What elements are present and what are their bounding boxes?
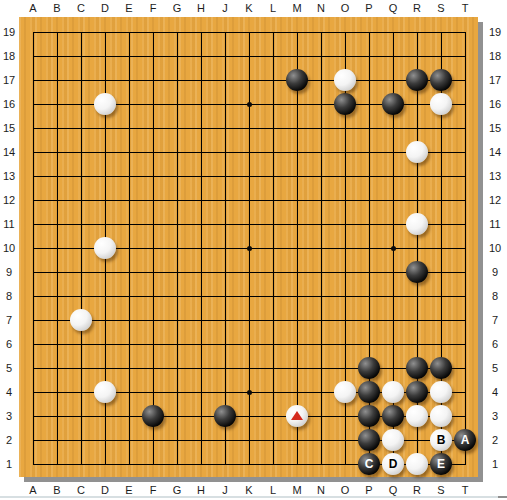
- coordinate-label: 18: [3, 50, 15, 62]
- coordinate-label: A: [29, 484, 36, 496]
- grid-line-vertical: [297, 32, 298, 465]
- coordinate-label: E: [125, 484, 132, 496]
- white-stone[interactable]: [430, 381, 452, 403]
- star-point: [247, 246, 252, 251]
- star-point: [247, 102, 252, 107]
- window-corner-mark: [498, 496, 507, 498]
- black-stone[interactable]: [406, 381, 428, 403]
- coordinate-label: R: [413, 2, 421, 14]
- coordinate-label: N: [317, 2, 325, 14]
- coordinate-label: 16: [3, 98, 15, 110]
- coordinate-label: H: [197, 2, 205, 14]
- coordinate-label: 19: [3, 26, 15, 38]
- coordinate-label: 13: [3, 170, 15, 182]
- coordinate-label: O: [341, 484, 350, 496]
- coordinate-label: Q: [389, 2, 398, 14]
- coordinate-label: P: [365, 2, 372, 14]
- coordinate-label: E: [125, 2, 132, 14]
- coordinate-label: 19: [489, 26, 501, 38]
- white-stone[interactable]: [94, 93, 116, 115]
- coordinate-label: B: [53, 2, 60, 14]
- coordinate-label: 4: [6, 386, 12, 398]
- black-stone[interactable]: [406, 357, 428, 379]
- star-point: [247, 390, 252, 395]
- white-stone[interactable]: D: [382, 453, 404, 475]
- coordinate-label: L: [270, 484, 276, 496]
- coordinate-label: S: [437, 2, 444, 14]
- white-stone[interactable]: B: [430, 429, 452, 451]
- grid-line-horizontal: [33, 296, 466, 297]
- black-stone[interactable]: [382, 93, 404, 115]
- coordinate-label: 14: [3, 146, 15, 158]
- coordinate-label: 15: [3, 122, 15, 134]
- coordinate-label: G: [173, 484, 182, 496]
- black-stone[interactable]: E: [430, 453, 452, 475]
- black-stone[interactable]: A: [454, 429, 476, 451]
- white-stone[interactable]: [70, 309, 92, 331]
- stone-letter-label: D: [389, 458, 398, 470]
- window-edge-line: [0, 496, 507, 498]
- black-stone[interactable]: [358, 381, 380, 403]
- coordinate-label: 15: [489, 122, 501, 134]
- coordinate-label: 13: [489, 170, 501, 182]
- coordinate-label: J: [222, 484, 228, 496]
- coordinate-label: 1: [492, 458, 498, 470]
- coordinate-label: 3: [6, 410, 12, 422]
- coordinate-label: T: [462, 484, 469, 496]
- stone-letter-label: C: [365, 458, 374, 470]
- coordinate-label: 14: [489, 146, 501, 158]
- grid-line-vertical: [273, 32, 274, 465]
- coordinate-label: 12: [3, 194, 15, 206]
- coordinate-label: H: [197, 484, 205, 496]
- coordinate-label: Q: [389, 484, 398, 496]
- stone-letter-label: A: [461, 434, 470, 446]
- grid-line-horizontal: [33, 344, 466, 345]
- coordinate-label: A: [29, 2, 36, 14]
- white-stone[interactable]: [94, 237, 116, 259]
- coordinate-label: 8: [6, 290, 12, 302]
- coordinate-label: 7: [492, 314, 498, 326]
- white-stone[interactable]: [382, 381, 404, 403]
- coordinate-label: T: [462, 2, 469, 14]
- white-stone[interactable]: [334, 381, 356, 403]
- white-stone[interactable]: [430, 405, 452, 427]
- coordinate-label: M: [292, 484, 301, 496]
- coordinate-label: S: [437, 484, 444, 496]
- go-board[interactable]: ACEBD: [19, 17, 478, 477]
- black-stone[interactable]: [406, 69, 428, 91]
- coordinate-label: F: [150, 2, 157, 14]
- coordinate-label: 17: [3, 74, 15, 86]
- triangle-marker: [291, 411, 303, 420]
- coordinate-label: 2: [6, 434, 12, 446]
- coordinate-label: N: [317, 484, 325, 496]
- black-stone[interactable]: [430, 69, 452, 91]
- coordinate-label: 6: [6, 338, 12, 350]
- coordinate-label: D: [101, 484, 109, 496]
- coordinate-label: 7: [6, 314, 12, 326]
- grid-line-vertical: [465, 32, 466, 465]
- coordinate-label: 8: [492, 290, 498, 302]
- star-point: [391, 246, 396, 251]
- coordinate-label: 11: [3, 218, 14, 230]
- coordinate-label: 17: [489, 74, 501, 86]
- white-stone[interactable]: [94, 381, 116, 403]
- coordinate-label: K: [245, 2, 252, 14]
- coordinate-label: F: [150, 484, 157, 496]
- coordinate-label: 5: [6, 362, 12, 374]
- coordinate-label: 3: [492, 410, 498, 422]
- black-stone[interactable]: [382, 405, 404, 427]
- black-stone[interactable]: [406, 261, 428, 283]
- black-stone[interactable]: [286, 69, 308, 91]
- coordinate-label: 11: [489, 218, 500, 230]
- coordinate-label: B: [53, 484, 60, 496]
- coordinate-label: G: [173, 2, 182, 14]
- coordinate-label: 9: [492, 266, 498, 278]
- coordinate-label: 10: [489, 242, 501, 254]
- grid-line-horizontal: [33, 368, 466, 369]
- coordinate-label: 16: [489, 98, 501, 110]
- coordinate-label: C: [77, 2, 85, 14]
- coordinate-label: O: [341, 2, 350, 14]
- grid-line-vertical: [321, 32, 322, 465]
- coordinate-label: 4: [492, 386, 498, 398]
- white-stone[interactable]: [406, 453, 428, 475]
- coordinate-label: J: [222, 2, 228, 14]
- coordinate-label: 1: [6, 458, 12, 470]
- white-stone[interactable]: [430, 93, 452, 115]
- black-stone[interactable]: [214, 405, 236, 427]
- coordinate-label: 5: [492, 362, 498, 374]
- black-stone[interactable]: [142, 405, 164, 427]
- black-stone[interactable]: [358, 405, 380, 427]
- coordinate-label: L: [270, 2, 276, 14]
- go-diagram: ACEBD ABCDEFGHJKLMNOPQRST ABCDEFGHJKLMNO…: [0, 0, 507, 500]
- coordinate-label: 18: [489, 50, 501, 62]
- coordinate-label: R: [413, 484, 421, 496]
- coordinate-label: C: [77, 484, 85, 496]
- coordinate-label: 9: [6, 266, 12, 278]
- white-stone[interactable]: [406, 405, 428, 427]
- white-stone[interactable]: [406, 213, 428, 235]
- white-stone[interactable]: [382, 429, 404, 451]
- white-stone[interactable]: [334, 69, 356, 91]
- white-stone[interactable]: [286, 405, 308, 427]
- black-stone[interactable]: [430, 357, 452, 379]
- black-stone[interactable]: [358, 357, 380, 379]
- coordinate-label: K: [245, 484, 252, 496]
- stone-letter-label: B: [437, 434, 446, 446]
- coordinate-label: P: [365, 484, 372, 496]
- white-stone[interactable]: [406, 141, 428, 163]
- black-stone[interactable]: [358, 429, 380, 451]
- grid-line-horizontal: [33, 272, 466, 273]
- coordinate-label: D: [101, 2, 109, 14]
- coordinate-label: 2: [492, 434, 498, 446]
- black-stone[interactable]: C: [358, 453, 380, 475]
- grid-line-horizontal: [33, 320, 466, 321]
- coordinate-label: 12: [489, 194, 501, 206]
- coordinate-label: M: [292, 2, 301, 14]
- coordinate-label: 10: [3, 242, 15, 254]
- black-stone[interactable]: [334, 93, 356, 115]
- stone-letter-label: E: [437, 458, 445, 470]
- coordinate-label: 6: [492, 338, 498, 350]
